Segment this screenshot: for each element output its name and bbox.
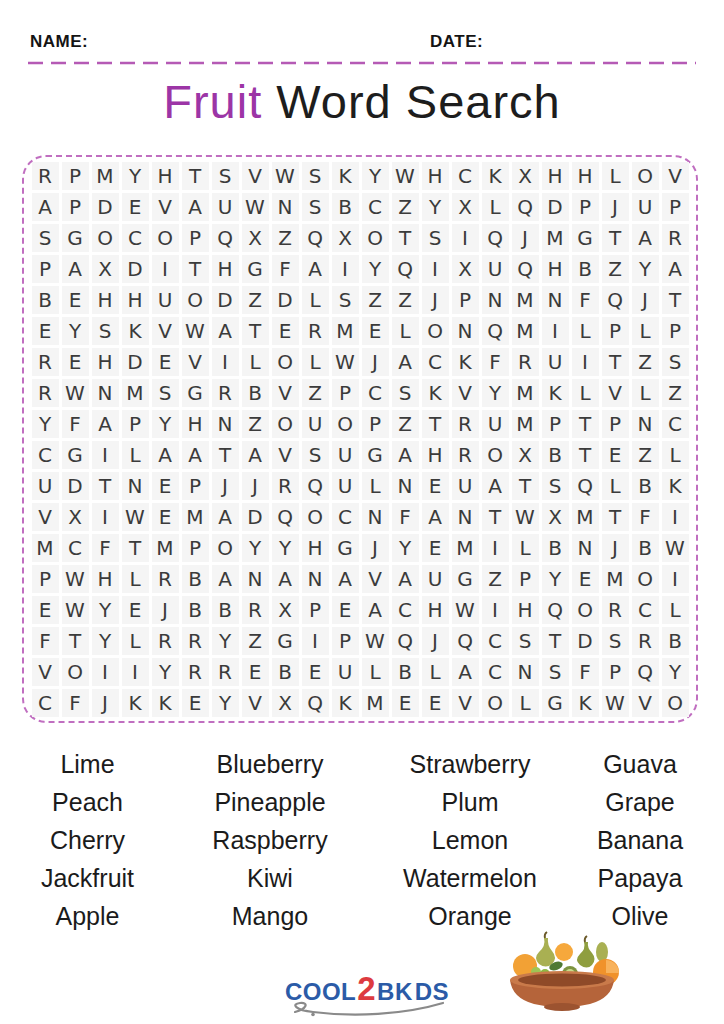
grid-cell-r9c13[interactable]: Z (392, 410, 419, 438)
grid-cell-r10c21[interactable]: Z (632, 441, 659, 469)
grid-cell-r16c14[interactable]: J (422, 627, 449, 655)
grid-cell-r18c2[interactable]: F (62, 689, 89, 717)
grid-cell-r5c19[interactable]: F (572, 286, 599, 314)
grid-cell-r7c9[interactable]: O (272, 348, 299, 376)
grid-cell-r17c21[interactable]: Q (632, 658, 659, 686)
grid-cell-r10c3[interactable]: I (92, 441, 119, 469)
grid-cell-r11c7[interactable]: J (212, 472, 239, 500)
grid-cell-r3c5[interactable]: O (152, 224, 179, 252)
grid-cell-r7c2[interactable]: E (62, 348, 89, 376)
grid-cell-r14c1[interactable]: P (32, 565, 59, 593)
grid-cell-r15c9[interactable]: X (272, 596, 299, 624)
grid-cell-r13c18[interactable]: B (542, 534, 569, 562)
grid-cell-r10c9[interactable]: V (272, 441, 299, 469)
grid-cell-r2c19[interactable]: P (572, 193, 599, 221)
grid-cell-r18c18[interactable]: G (542, 689, 569, 717)
grid-cell-r18c8[interactable]: V (242, 689, 269, 717)
grid-cell-r1c12[interactable]: Y (362, 162, 389, 190)
grid-cell-r4c21[interactable]: Y (632, 255, 659, 283)
grid-cell-r17c2[interactable]: O (62, 658, 89, 686)
grid-cell-r14c22[interactable]: I (662, 565, 689, 593)
grid-cell-r2c8[interactable]: W (242, 193, 269, 221)
grid-cell-r6c11[interactable]: M (332, 317, 359, 345)
grid-cell-r7c20[interactable]: T (602, 348, 629, 376)
grid-cell-r6c19[interactable]: L (572, 317, 599, 345)
grid-cell-r5c2[interactable]: E (62, 286, 89, 314)
grid-cell-r1c7[interactable]: S (212, 162, 239, 190)
grid-cell-r12c15[interactable]: N (452, 503, 479, 531)
grid-cell-r10c10[interactable]: S (302, 441, 329, 469)
grid-cell-r7c22[interactable]: S (662, 348, 689, 376)
grid-cell-r4c3[interactable]: X (92, 255, 119, 283)
grid-cell-r6c17[interactable]: M (512, 317, 539, 345)
grid-cell-r1c2[interactable]: P (62, 162, 89, 190)
grid-cell-r12c3[interactable]: I (92, 503, 119, 531)
grid-cell-r1c20[interactable]: L (602, 162, 629, 190)
grid-cell-r14c3[interactable]: H (92, 565, 119, 593)
grid-cell-r17c18[interactable]: S (542, 658, 569, 686)
grid-cell-r11c18[interactable]: S (542, 472, 569, 500)
grid-cell-r13c1[interactable]: M (32, 534, 59, 562)
grid-cell-r14c7[interactable]: A (212, 565, 239, 593)
grid-cell-r13c6[interactable]: P (182, 534, 209, 562)
grid-cell-r4c12[interactable]: Y (362, 255, 389, 283)
grid-cell-r13c21[interactable]: B (632, 534, 659, 562)
grid-cell-r9c12[interactable]: P (362, 410, 389, 438)
grid-cell-r8c12[interactable]: C (362, 379, 389, 407)
grid-cell-r16c1[interactable]: F (32, 627, 59, 655)
grid-cell-r5c7[interactable]: D (212, 286, 239, 314)
grid-cell-r18c4[interactable]: K (122, 689, 149, 717)
grid-cell-r2c15[interactable]: X (452, 193, 479, 221)
grid-cell-r12c2[interactable]: X (62, 503, 89, 531)
grid-cell-r1c3[interactable]: M (92, 162, 119, 190)
grid-cell-r17c6[interactable]: R (182, 658, 209, 686)
grid-cell-r6c8[interactable]: T (242, 317, 269, 345)
grid-cell-r12c17[interactable]: W (512, 503, 539, 531)
grid-cell-r15c19[interactable]: O (572, 596, 599, 624)
grid-cell-r9c19[interactable]: T (572, 410, 599, 438)
grid-cell-r10c1[interactable]: C (32, 441, 59, 469)
grid-cell-r4c13[interactable]: Q (392, 255, 419, 283)
grid-cell-r18c5[interactable]: K (152, 689, 179, 717)
grid-cell-r15c20[interactable]: R (602, 596, 629, 624)
grid-cell-r11c6[interactable]: P (182, 472, 209, 500)
grid-cell-r4c17[interactable]: Q (512, 255, 539, 283)
grid-cell-r9c21[interactable]: N (632, 410, 659, 438)
grid-cell-r2c14[interactable]: Y (422, 193, 449, 221)
grid-cell-r13c13[interactable]: Y (392, 534, 419, 562)
grid-cell-r12c18[interactable]: X (542, 503, 569, 531)
grid-cell-r14c19[interactable]: E (572, 565, 599, 593)
grid-cell-r12c20[interactable]: T (602, 503, 629, 531)
grid-cell-r10c8[interactable]: A (242, 441, 269, 469)
grid-cell-r15c1[interactable]: E (32, 596, 59, 624)
grid-cell-r15c17[interactable]: H (512, 596, 539, 624)
grid-cell-r13c16[interactable]: I (482, 534, 509, 562)
grid-cell-r2c17[interactable]: Q (512, 193, 539, 221)
grid-cell-r3c3[interactable]: O (92, 224, 119, 252)
grid-cell-r15c14[interactable]: H (422, 596, 449, 624)
grid-cell-r8c14[interactable]: K (422, 379, 449, 407)
grid-cell-r12c5[interactable]: E (152, 503, 179, 531)
grid-cell-r5c4[interactable]: H (122, 286, 149, 314)
grid-cell-r14c11[interactable]: A (332, 565, 359, 593)
grid-cell-r7c15[interactable]: K (452, 348, 479, 376)
grid-cell-r8c2[interactable]: W (62, 379, 89, 407)
grid-cell-r6c4[interactable]: K (122, 317, 149, 345)
grid-cell-r8c11[interactable]: P (332, 379, 359, 407)
grid-cell-r3c15[interactable]: I (452, 224, 479, 252)
grid-cell-r3c1[interactable]: S (32, 224, 59, 252)
grid-cell-r10c19[interactable]: T (572, 441, 599, 469)
grid-cell-r5c10[interactable]: L (302, 286, 329, 314)
grid-cell-r10c18[interactable]: B (542, 441, 569, 469)
grid-cell-r3c17[interactable]: J (512, 224, 539, 252)
grid-cell-r9c3[interactable]: A (92, 410, 119, 438)
grid-cell-r6c20[interactable]: P (602, 317, 629, 345)
grid-cell-r18c7[interactable]: Y (212, 689, 239, 717)
grid-cell-r9c20[interactable]: P (602, 410, 629, 438)
grid-cell-r18c15[interactable]: V (452, 689, 479, 717)
grid-cell-r8c6[interactable]: G (182, 379, 209, 407)
grid-cell-r5c11[interactable]: S (332, 286, 359, 314)
grid-cell-r8c3[interactable]: N (92, 379, 119, 407)
grid-cell-r17c11[interactable]: U (332, 658, 359, 686)
grid-cell-r13c8[interactable]: Y (242, 534, 269, 562)
grid-cell-r4c5[interactable]: I (152, 255, 179, 283)
grid-cell-r2c20[interactable]: J (602, 193, 629, 221)
grid-cell-r5c9[interactable]: D (272, 286, 299, 314)
grid-cell-r11c4[interactable]: N (122, 472, 149, 500)
grid-cell-r7c6[interactable]: V (182, 348, 209, 376)
grid-cell-r17c22[interactable]: Y (662, 658, 689, 686)
grid-cell-r12c1[interactable]: V (32, 503, 59, 531)
grid-cell-r4c9[interactable]: F (272, 255, 299, 283)
grid-cell-r9c17[interactable]: M (512, 410, 539, 438)
grid-cell-r4c11[interactable]: I (332, 255, 359, 283)
grid-cell-r1c10[interactable]: S (302, 162, 329, 190)
grid-cell-r9c14[interactable]: T (422, 410, 449, 438)
grid-cell-r12c7[interactable]: A (212, 503, 239, 531)
grid-cell-r7c12[interactable]: J (362, 348, 389, 376)
grid-cell-r7c11[interactable]: W (332, 348, 359, 376)
grid-cell-r9c8[interactable]: Z (242, 410, 269, 438)
grid-cell-r18c11[interactable]: K (332, 689, 359, 717)
grid-cell-r14c14[interactable]: U (422, 565, 449, 593)
grid-cell-r11c3[interactable]: T (92, 472, 119, 500)
grid-cell-r10c6[interactable]: A (182, 441, 209, 469)
grid-cell-r7c21[interactable]: Z (632, 348, 659, 376)
grid-cell-r3c16[interactable]: Q (482, 224, 509, 252)
grid-cell-r3c19[interactable]: G (572, 224, 599, 252)
grid-cell-r17c9[interactable]: B (272, 658, 299, 686)
grid-cell-r10c14[interactable]: H (422, 441, 449, 469)
grid-cell-r10c7[interactable]: T (212, 441, 239, 469)
grid-cell-r16c5[interactable]: R (152, 627, 179, 655)
grid-cell-r17c10[interactable]: E (302, 658, 329, 686)
grid-cell-r5c15[interactable]: P (452, 286, 479, 314)
grid-cell-r16c10[interactable]: I (302, 627, 329, 655)
grid-cell-r15c16[interactable]: I (482, 596, 509, 624)
grid-cell-r13c7[interactable]: O (212, 534, 239, 562)
grid-cell-r1c11[interactable]: K (332, 162, 359, 190)
grid-cell-r11c22[interactable]: K (662, 472, 689, 500)
grid-cell-r15c15[interactable]: W (452, 596, 479, 624)
grid-cell-r10c20[interactable]: E (602, 441, 629, 469)
grid-cell-r16c9[interactable]: G (272, 627, 299, 655)
grid-cell-r8c7[interactable]: R (212, 379, 239, 407)
grid-cell-r14c17[interactable]: P (512, 565, 539, 593)
grid-cell-r2c7[interactable]: U (212, 193, 239, 221)
grid-cell-r13c14[interactable]: E (422, 534, 449, 562)
grid-cell-r5c22[interactable]: T (662, 286, 689, 314)
grid-cell-r11c9[interactable]: R (272, 472, 299, 500)
grid-cell-r1c9[interactable]: W (272, 162, 299, 190)
grid-cell-r8c17[interactable]: M (512, 379, 539, 407)
grid-cell-r14c13[interactable]: A (392, 565, 419, 593)
grid-cell-r2c3[interactable]: D (92, 193, 119, 221)
grid-cell-r4c7[interactable]: H (212, 255, 239, 283)
grid-cell-r8c20[interactable]: V (602, 379, 629, 407)
grid-cell-r14c6[interactable]: B (182, 565, 209, 593)
grid-cell-r16c6[interactable]: R (182, 627, 209, 655)
grid-cell-r15c3[interactable]: Y (92, 596, 119, 624)
grid-cell-r6c9[interactable]: E (272, 317, 299, 345)
grid-cell-r4c2[interactable]: A (62, 255, 89, 283)
grid-cell-r8c10[interactable]: Z (302, 379, 329, 407)
grid-cell-r5c20[interactable]: Q (602, 286, 629, 314)
grid-cell-r5c8[interactable]: Z (242, 286, 269, 314)
grid-cell-r1c1[interactable]: R (32, 162, 59, 190)
grid-cell-r15c22[interactable]: L (662, 596, 689, 624)
grid-cell-r13c11[interactable]: G (332, 534, 359, 562)
grid-cell-r2c9[interactable]: N (272, 193, 299, 221)
grid-cell-r2c4[interactable]: E (122, 193, 149, 221)
grid-cell-r7c10[interactable]: L (302, 348, 329, 376)
grid-cell-r9c5[interactable]: Y (152, 410, 179, 438)
grid-cell-r16c16[interactable]: C (482, 627, 509, 655)
grid-cell-r5c17[interactable]: M (512, 286, 539, 314)
grid-cell-r17c17[interactable]: N (512, 658, 539, 686)
grid-cell-r1c8[interactable]: V (242, 162, 269, 190)
grid-cell-r15c7[interactable]: B (212, 596, 239, 624)
grid-cell-r18c1[interactable]: C (32, 689, 59, 717)
grid-cell-r9c10[interactable]: U (302, 410, 329, 438)
grid-cell-r5c16[interactable]: N (482, 286, 509, 314)
grid-cell-r15c2[interactable]: W (62, 596, 89, 624)
grid-cell-r16c12[interactable]: W (362, 627, 389, 655)
grid-cell-r6c5[interactable]: V (152, 317, 179, 345)
grid-cell-r18c12[interactable]: M (362, 689, 389, 717)
grid-cell-r17c15[interactable]: A (452, 658, 479, 686)
grid-cell-r9c6[interactable]: H (182, 410, 209, 438)
grid-cell-r4c1[interactable]: P (32, 255, 59, 283)
grid-cell-r18c3[interactable]: J (92, 689, 119, 717)
grid-cell-r10c13[interactable]: A (392, 441, 419, 469)
grid-cell-r13c9[interactable]: Y (272, 534, 299, 562)
grid-cell-r10c22[interactable]: L (662, 441, 689, 469)
grid-cell-r12c12[interactable]: N (362, 503, 389, 531)
grid-cell-r1c21[interactable]: O (632, 162, 659, 190)
grid-cell-r3c11[interactable]: X (332, 224, 359, 252)
grid-cell-r11c15[interactable]: U (452, 472, 479, 500)
grid-cell-r9c4[interactable]: P (122, 410, 149, 438)
grid-cell-r16c22[interactable]: B (662, 627, 689, 655)
grid-cell-r14c21[interactable]: O (632, 565, 659, 593)
grid-cell-r3c12[interactable]: O (362, 224, 389, 252)
grid-cell-r16c3[interactable]: Y (92, 627, 119, 655)
grid-cell-r15c21[interactable]: C (632, 596, 659, 624)
grid-cell-r16c8[interactable]: Z (242, 627, 269, 655)
grid-cell-r7c13[interactable]: A (392, 348, 419, 376)
grid-cell-r11c17[interactable]: T (512, 472, 539, 500)
grid-cell-r14c5[interactable]: R (152, 565, 179, 593)
grid-cell-r6c18[interactable]: I (542, 317, 569, 345)
grid-cell-r8c21[interactable]: L (632, 379, 659, 407)
grid-cell-r8c15[interactable]: V (452, 379, 479, 407)
grid-cell-r2c5[interactable]: V (152, 193, 179, 221)
grid-cell-r3c2[interactable]: G (62, 224, 89, 252)
grid-cell-r10c15[interactable]: R (452, 441, 479, 469)
grid-cell-r10c16[interactable]: O (482, 441, 509, 469)
grid-cell-r16c19[interactable]: D (572, 627, 599, 655)
grid-cell-r6c13[interactable]: L (392, 317, 419, 345)
grid-cell-r4c22[interactable]: A (662, 255, 689, 283)
grid-cell-r12c10[interactable]: O (302, 503, 329, 531)
grid-cell-r4c18[interactable]: H (542, 255, 569, 283)
grid-cell-r6c7[interactable]: A (212, 317, 239, 345)
grid-cell-r8c16[interactable]: Y (482, 379, 509, 407)
grid-cell-r12c4[interactable]: W (122, 503, 149, 531)
grid-cell-r6c3[interactable]: S (92, 317, 119, 345)
grid-cell-r13c22[interactable]: W (662, 534, 689, 562)
grid-cell-r7c14[interactable]: C (422, 348, 449, 376)
grid-cell-r8c8[interactable]: B (242, 379, 269, 407)
grid-cell-r10c5[interactable]: A (152, 441, 179, 469)
grid-cell-r12c14[interactable]: A (422, 503, 449, 531)
grid-cell-r15c10[interactable]: P (302, 596, 329, 624)
grid-cell-r6c6[interactable]: W (182, 317, 209, 345)
grid-cell-r2c18[interactable]: D (542, 193, 569, 221)
grid-cell-r11c13[interactable]: N (392, 472, 419, 500)
grid-cell-r16c11[interactable]: P (332, 627, 359, 655)
grid-cell-r17c13[interactable]: B (392, 658, 419, 686)
grid-cell-r2c16[interactable]: L (482, 193, 509, 221)
grid-cell-r7c7[interactable]: I (212, 348, 239, 376)
grid-cell-r9c22[interactable]: C (662, 410, 689, 438)
grid-cell-r18c16[interactable]: O (482, 689, 509, 717)
grid-cell-r15c13[interactable]: C (392, 596, 419, 624)
grid-cell-r7c4[interactable]: D (122, 348, 149, 376)
grid-cell-r5c13[interactable]: Z (392, 286, 419, 314)
grid-cell-r5c6[interactable]: O (182, 286, 209, 314)
grid-cell-r7c3[interactable]: H (92, 348, 119, 376)
grid-cell-r12c16[interactable]: T (482, 503, 509, 531)
grid-cell-r11c20[interactable]: L (602, 472, 629, 500)
grid-cell-r13c19[interactable]: N (572, 534, 599, 562)
grid-cell-r3c13[interactable]: T (392, 224, 419, 252)
grid-cell-r12c21[interactable]: F (632, 503, 659, 531)
grid-cell-r3c22[interactable]: R (662, 224, 689, 252)
grid-cell-r3c7[interactable]: Q (212, 224, 239, 252)
grid-cell-r17c8[interactable]: E (242, 658, 269, 686)
grid-cell-r2c13[interactable]: Z (392, 193, 419, 221)
grid-cell-r3c9[interactable]: Z (272, 224, 299, 252)
grid-cell-r7c19[interactable]: I (572, 348, 599, 376)
grid-cell-r9c15[interactable]: R (452, 410, 479, 438)
grid-cell-r10c12[interactable]: G (362, 441, 389, 469)
grid-cell-r12c22[interactable]: I (662, 503, 689, 531)
grid-cell-r3c20[interactable]: T (602, 224, 629, 252)
grid-cell-r14c18[interactable]: Y (542, 565, 569, 593)
grid-cell-r11c19[interactable]: Q (572, 472, 599, 500)
grid-cell-r4c6[interactable]: T (182, 255, 209, 283)
grid-cell-r14c9[interactable]: A (272, 565, 299, 593)
grid-cell-r8c9[interactable]: V (272, 379, 299, 407)
grid-cell-r1c5[interactable]: H (152, 162, 179, 190)
grid-cell-r9c16[interactable]: U (482, 410, 509, 438)
grid-cell-r17c7[interactable]: R (212, 658, 239, 686)
grid-cell-r14c15[interactable]: G (452, 565, 479, 593)
grid-cell-r2c6[interactable]: A (182, 193, 209, 221)
grid-cell-r18c14[interactable]: E (422, 689, 449, 717)
grid-cell-r3c8[interactable]: X (242, 224, 269, 252)
grid-cell-r15c4[interactable]: E (122, 596, 149, 624)
grid-cell-r7c18[interactable]: U (542, 348, 569, 376)
grid-cell-r12c19[interactable]: M (572, 503, 599, 531)
grid-cell-r11c16[interactable]: A (482, 472, 509, 500)
grid-cell-r15c11[interactable]: E (332, 596, 359, 624)
grid-cell-r1c18[interactable]: H (542, 162, 569, 190)
grid-cell-r1c16[interactable]: K (482, 162, 509, 190)
grid-cell-r13c15[interactable]: M (452, 534, 479, 562)
grid-cell-r16c4[interactable]: L (122, 627, 149, 655)
grid-cell-r16c13[interactable]: Q (392, 627, 419, 655)
grid-cell-r1c15[interactable]: C (452, 162, 479, 190)
grid-cell-r16c18[interactable]: T (542, 627, 569, 655)
grid-cell-r2c12[interactable]: C (362, 193, 389, 221)
grid-cell-r9c1[interactable]: Y (32, 410, 59, 438)
grid-cell-r2c2[interactable]: P (62, 193, 89, 221)
grid-cell-r7c1[interactable]: R (32, 348, 59, 376)
grid-cell-r10c2[interactable]: G (62, 441, 89, 469)
grid-cell-r8c13[interactable]: S (392, 379, 419, 407)
grid-cell-r15c5[interactable]: J (152, 596, 179, 624)
grid-cell-r6c22[interactable]: P (662, 317, 689, 345)
grid-cell-r9c11[interactable]: O (332, 410, 359, 438)
grid-cell-r1c19[interactable]: H (572, 162, 599, 190)
grid-cell-r8c4[interactable]: M (122, 379, 149, 407)
grid-cell-r8c1[interactable]: R (32, 379, 59, 407)
grid-cell-r2c11[interactable]: B (332, 193, 359, 221)
grid-cell-r5c3[interactable]: H (92, 286, 119, 314)
grid-cell-r18c21[interactable]: V (632, 689, 659, 717)
grid-cell-r5c1[interactable]: B (32, 286, 59, 314)
grid-cell-r9c18[interactable]: P (542, 410, 569, 438)
grid-cell-r18c20[interactable]: W (602, 689, 629, 717)
grid-cell-r17c20[interactable]: P (602, 658, 629, 686)
grid-cell-r5c18[interactable]: N (542, 286, 569, 314)
grid-cell-r4c20[interactable]: Z (602, 255, 629, 283)
grid-cell-r14c20[interactable]: M (602, 565, 629, 593)
grid-cell-r16c2[interactable]: T (62, 627, 89, 655)
grid-cell-r17c14[interactable]: L (422, 658, 449, 686)
grid-cell-r5c14[interactable]: J (422, 286, 449, 314)
grid-cell-r18c17[interactable]: L (512, 689, 539, 717)
grid-cell-r17c12[interactable]: L (362, 658, 389, 686)
grid-cell-r1c14[interactable]: H (422, 162, 449, 190)
